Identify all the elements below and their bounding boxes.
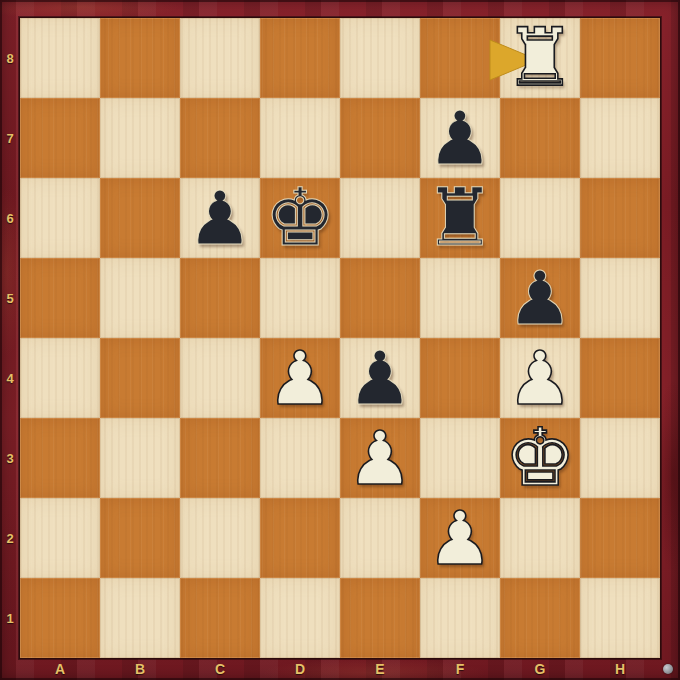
square-b3[interactable] — [100, 418, 180, 498]
square-d1[interactable] — [260, 578, 340, 658]
square-a2[interactable] — [20, 498, 100, 578]
file-label-g: G — [500, 658, 580, 680]
square-f4[interactable] — [420, 338, 500, 418]
square-h7[interactable] — [580, 98, 660, 178]
square-g2[interactable] — [500, 498, 580, 578]
square-e1[interactable] — [340, 578, 420, 658]
file-label-a: A — [20, 658, 100, 680]
square-a7[interactable] — [20, 98, 100, 178]
square-h2[interactable] — [580, 498, 660, 578]
piece-black-pawn-e4[interactable]: ♟ — [347, 339, 413, 417]
square-c5[interactable] — [180, 258, 260, 338]
square-c7[interactable] — [180, 98, 260, 178]
rank-label-2: 2 — [0, 498, 20, 578]
square-c4[interactable] — [180, 338, 260, 418]
file-labels: A B C D E F G H — [20, 658, 660, 680]
rank-label-1: 1 — [0, 578, 20, 658]
square-d4[interactable]: ♟ — [260, 338, 340, 418]
square-f5[interactable] — [420, 258, 500, 338]
square-f1[interactable] — [420, 578, 500, 658]
piece-white-pawn-d4[interactable]: ♟ — [267, 339, 333, 417]
file-label-c: C — [180, 658, 260, 680]
square-h1[interactable] — [580, 578, 660, 658]
square-a5[interactable] — [20, 258, 100, 338]
square-g6[interactable] — [500, 178, 580, 258]
square-c1[interactable] — [180, 578, 260, 658]
file-label-e: E — [340, 658, 420, 680]
square-b2[interactable] — [100, 498, 180, 578]
square-f6[interactable]: ♜ — [420, 178, 500, 258]
square-d3[interactable] — [260, 418, 340, 498]
piece-white-pawn-e3[interactable]: ♟ — [347, 419, 413, 497]
resize-handle-dot[interactable] — [663, 664, 673, 674]
square-g3[interactable]: ♚ — [500, 418, 580, 498]
square-d7[interactable] — [260, 98, 340, 178]
file-label-h: H — [580, 658, 660, 680]
square-h3[interactable] — [580, 418, 660, 498]
square-d6[interactable]: ♚ — [260, 178, 340, 258]
square-e2[interactable] — [340, 498, 420, 578]
square-e7[interactable] — [340, 98, 420, 178]
piece-black-king-d6[interactable]: ♚ — [264, 179, 336, 257]
square-e4[interactable]: ♟ — [340, 338, 420, 418]
square-g1[interactable] — [500, 578, 580, 658]
piece-white-rook-g8[interactable]: ♜ — [504, 19, 576, 97]
rank-label-5: 5 — [0, 258, 20, 338]
piece-white-pawn-f2[interactable]: ♟ — [427, 499, 493, 577]
square-b5[interactable] — [100, 258, 180, 338]
square-a1[interactable] — [20, 578, 100, 658]
square-d5[interactable] — [260, 258, 340, 338]
piece-black-pawn-g5[interactable]: ♟ — [507, 259, 573, 337]
square-g8[interactable]: ♜ — [500, 18, 580, 98]
square-c8[interactable] — [180, 18, 260, 98]
file-label-b: B — [100, 658, 180, 680]
file-label-f: F — [420, 658, 500, 680]
rank-labels: 8 7 6 5 4 3 2 1 — [0, 18, 20, 658]
piece-black-pawn-c6[interactable]: ♟ — [187, 179, 253, 257]
piece-black-pawn-f7[interactable]: ♟ — [427, 99, 493, 177]
square-a6[interactable] — [20, 178, 100, 258]
square-e5[interactable] — [340, 258, 420, 338]
file-label-d: D — [260, 658, 340, 680]
rank-label-4: 4 — [0, 338, 20, 418]
piece-white-pawn-g4[interactable]: ♟ — [507, 339, 573, 417]
board: ♜♟♟♚♜♟♟♟♟♟♚♟ — [20, 18, 660, 658]
square-f3[interactable] — [420, 418, 500, 498]
square-g4[interactable]: ♟ — [500, 338, 580, 418]
rank-label-8: 8 — [0, 18, 20, 98]
square-a4[interactable] — [20, 338, 100, 418]
square-d2[interactable] — [260, 498, 340, 578]
square-c2[interactable] — [180, 498, 260, 578]
square-f7[interactable]: ♟ — [420, 98, 500, 178]
rank-label-3: 3 — [0, 418, 20, 498]
square-b8[interactable] — [100, 18, 180, 98]
piece-black-rook-f6[interactable]: ♜ — [424, 179, 496, 257]
square-c6[interactable]: ♟ — [180, 178, 260, 258]
square-b6[interactable] — [100, 178, 180, 258]
square-a3[interactable] — [20, 418, 100, 498]
square-b1[interactable] — [100, 578, 180, 658]
piece-white-king-g3[interactable]: ♚ — [504, 419, 576, 497]
square-g7[interactable] — [500, 98, 580, 178]
chess-board-window: ♜♟♟♚♜♟♟♟♟♟♚♟ 8 7 6 5 4 3 2 1 A B C D E F… — [0, 0, 680, 680]
square-g5[interactable]: ♟ — [500, 258, 580, 338]
square-e3[interactable]: ♟ — [340, 418, 420, 498]
square-b7[interactable] — [100, 98, 180, 178]
rank-label-6: 6 — [0, 178, 20, 258]
square-c3[interactable] — [180, 418, 260, 498]
square-h6[interactable] — [580, 178, 660, 258]
rank-label-7: 7 — [0, 98, 20, 178]
square-e6[interactable] — [340, 178, 420, 258]
square-h4[interactable] — [580, 338, 660, 418]
square-f8[interactable] — [420, 18, 500, 98]
square-h8[interactable] — [580, 18, 660, 98]
square-d8[interactable] — [260, 18, 340, 98]
square-b4[interactable] — [100, 338, 180, 418]
square-e8[interactable] — [340, 18, 420, 98]
square-f2[interactable]: ♟ — [420, 498, 500, 578]
square-h5[interactable] — [580, 258, 660, 338]
square-a8[interactable] — [20, 18, 100, 98]
